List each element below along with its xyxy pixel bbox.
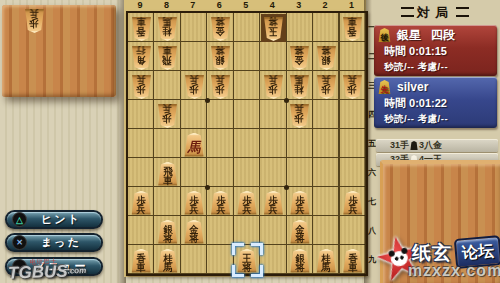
hoshi-point <box>284 98 289 103</box>
file-label-9: 9 <box>127 0 153 11</box>
file-label-6: 6 <box>206 0 232 11</box>
shogi-piece-香車-sente[interactable]: 香車 <box>131 249 152 273</box>
shogi-piece-歩兵-gote[interactable]: 歩兵 <box>342 75 363 99</box>
shogi-piece-歩兵-gote[interactable]: 歩兵 <box>184 75 205 99</box>
hoshi-point <box>205 98 210 103</box>
black-piece-marker-icon <box>410 141 418 150</box>
file-label-3: 3 <box>286 0 312 11</box>
panel-title: 対局 <box>372 4 498 22</box>
cross-button-icon: ✕ <box>12 235 27 250</box>
shogi-piece-香車-gote[interactable]: 香車 <box>131 17 152 41</box>
shogi-piece-角行-gote[interactable]: 角行 <box>131 46 152 70</box>
shogi-piece-歩兵-gote[interactable]: 歩兵 <box>24 9 45 33</box>
shogi-piece-銀将-sente[interactable]: 銀将 <box>157 220 178 244</box>
shogi-piece-歩兵-sente[interactable]: 歩兵 <box>289 191 310 215</box>
shogi-piece-銀将-gote[interactable]: 銀将 <box>316 46 337 70</box>
shogi-piece-歩兵-sente[interactable]: 歩兵 <box>131 191 152 215</box>
shogi-piece-飛車-gote[interactable]: 飛車 <box>157 46 178 70</box>
tgbus-watermark: 电玩巴士 TGBUS.com <box>8 256 105 281</box>
sente-time: 0:01:22 <box>409 97 447 109</box>
shogi-board-area: 987654321 香車桂馬金将玉将香車角行飛車銀将金将銀将歩兵歩兵歩兵歩兵桂馬… <box>124 0 366 277</box>
hoshi-point <box>205 185 210 190</box>
gote-name: 銀星 <box>397 27 421 44</box>
file-labels: 987654321 <box>126 0 364 11</box>
shogi-piece-歩兵-sente[interactable]: 歩兵 <box>263 191 284 215</box>
sente-name: silver <box>397 80 428 94</box>
hoshi-point <box>284 185 289 190</box>
sente-time-label: 時間 <box>384 97 406 109</box>
gote-time: 0:01:15 <box>409 45 447 57</box>
file-label-4: 4 <box>259 0 285 11</box>
tgbus-logo-text: TGBUS.com <box>8 262 104 281</box>
gote-thinking: 考慮/-- <box>418 61 448 72</box>
move-list-row-31: 31手 3八金 <box>376 139 498 152</box>
shogi-piece-歩兵-gote[interactable]: 歩兵 <box>210 75 231 99</box>
triangle-button-icon: △ <box>12 212 27 227</box>
undo-button[interactable]: ✕ まった <box>5 233 103 252</box>
undo-button-label: まった <box>27 235 101 250</box>
shogi-piece-歩兵-gote[interactable]: 歩兵 <box>316 75 337 99</box>
shogi-piece-飛車-sente[interactable]: 飛車 <box>157 162 178 186</box>
shogi-piece-金将-sente[interactable]: 金将 <box>289 220 310 244</box>
shogi-piece-歩兵-gote[interactable]: 歩兵 <box>131 75 152 99</box>
shogi-piece-馬-sente[interactable]: 馬 <box>184 133 205 157</box>
shogi-piece-金将-sente[interactable]: 金将 <box>184 220 205 244</box>
shogi-piece-歩兵-sente[interactable]: 歩兵 <box>342 191 363 215</box>
shogi-piece-歩兵-gote[interactable]: 歩兵 <box>157 104 178 128</box>
sente-badge: 先 <box>378 80 391 94</box>
file-label-7: 7 <box>180 0 206 11</box>
gote-byoyomi: 秒読/-- <box>384 61 414 72</box>
hint-button[interactable]: △ ヒント <box>5 210 103 229</box>
shogi-piece-銀将-sente[interactable]: 銀将 <box>289 249 310 273</box>
shogi-piece-桂馬-gote[interactable]: 桂馬 <box>289 75 310 99</box>
player-card-gote: 後 銀星 四段 時間 0:01:15 秒読/-- 考慮/-- <box>374 25 497 76</box>
shogi-piece-銀将-gote[interactable]: 銀将 <box>210 46 231 70</box>
shogi-piece-香車-sente[interactable]: 香車 <box>342 249 363 273</box>
shogi-piece-香車-gote[interactable]: 香車 <box>342 17 363 41</box>
sente-byoyomi: 秒読/-- <box>384 113 414 124</box>
panel-title-text: 対局 <box>417 5 453 20</box>
file-label-8: 8 <box>153 0 179 11</box>
shogi-piece-桂馬-gote[interactable]: 桂馬 <box>157 17 178 41</box>
gote-capture-tray: 歩兵 <box>2 5 116 97</box>
file-label-1: 1 <box>339 0 365 11</box>
shogi-piece-歩兵-sente[interactable]: 歩兵 <box>237 191 258 215</box>
hint-button-label: ヒント <box>27 212 101 227</box>
move-31-text: 3八金 <box>419 139 442 152</box>
sente-thinking: 考慮/-- <box>418 113 448 124</box>
forum-watermark-url: mzxzx.com <box>408 262 500 280</box>
selection-cursor[interactable] <box>234 245 261 275</box>
shogi-piece-金将-gote[interactable]: 金将 <box>289 46 310 70</box>
shogi-game-screen: 歩兵 987654321 香車桂馬金将玉将香車角行飛車銀将金将銀将歩兵歩兵歩兵歩… <box>0 0 500 283</box>
player-card-sente: 先 silver 時間 0:01:22 秒読/-- 考慮/-- <box>374 77 497 128</box>
shogi-piece-歩兵-sente[interactable]: 歩兵 <box>210 191 231 215</box>
cross-glyph: ✕ <box>16 238 23 247</box>
shogi-piece-歩兵-gote[interactable]: 歩兵 <box>263 75 284 99</box>
gote-rank: 四段 <box>431 27 455 44</box>
shogi-piece-桂馬-sente[interactable]: 桂馬 <box>316 249 337 273</box>
gote-badge: 後 <box>378 28 391 42</box>
shogi-piece-歩兵-sente[interactable]: 歩兵 <box>184 191 205 215</box>
title-ornament-left <box>401 7 414 17</box>
file-label-5: 5 <box>233 0 259 11</box>
move-31-number: 31手 <box>390 139 409 152</box>
shogi-piece-金将-gote[interactable]: 金将 <box>210 17 231 41</box>
shogi-piece-歩兵-gote[interactable]: 歩兵 <box>289 104 310 128</box>
file-label-2: 2 <box>312 0 338 11</box>
triangle-glyph: △ <box>16 215 23 225</box>
shogi-board[interactable]: 香車桂馬金将玉将香車角行飛車銀将金将銀将歩兵歩兵歩兵歩兵桂馬歩兵歩兵歩兵歩兵馬飛… <box>126 11 368 276</box>
board-right-shadow <box>364 0 372 283</box>
gote-time-label: 時間 <box>384 45 406 57</box>
title-ornament-right <box>456 7 469 17</box>
shogi-piece-桂馬-sente[interactable]: 桂馬 <box>157 249 178 273</box>
